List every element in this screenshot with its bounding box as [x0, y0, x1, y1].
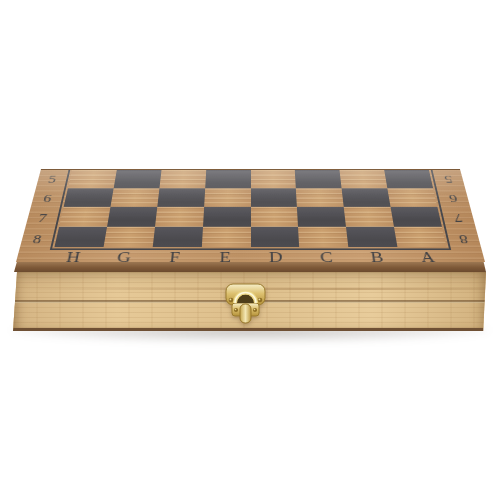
file-label-a: A — [401, 250, 454, 264]
product-photo: 5678 5678 HGFEDCBA — [0, 0, 500, 500]
square-d6 — [250, 188, 297, 207]
square-a8 — [394, 226, 447, 247]
square-a6 — [387, 188, 437, 207]
square-g5 — [113, 170, 161, 188]
brass-latch-icon — [221, 279, 270, 327]
square-c5 — [295, 170, 342, 188]
square-g6 — [110, 188, 159, 207]
square-d7 — [250, 207, 298, 227]
square-a7 — [390, 207, 441, 227]
file-label-h: H — [46, 250, 99, 264]
square-f6 — [157, 188, 205, 207]
square-e5 — [204, 170, 250, 188]
file-label-f: F — [148, 250, 200, 264]
square-h6 — [63, 188, 113, 207]
rank-label-6-right: 6 — [436, 189, 470, 208]
square-f7 — [154, 207, 203, 227]
square-f8 — [152, 226, 202, 247]
square-h8 — [54, 226, 107, 247]
file-label-g: G — [97, 250, 150, 264]
rank-label-7-left: 7 — [25, 208, 60, 228]
square-h7 — [59, 207, 110, 227]
square-c8 — [298, 226, 348, 247]
square-h5 — [67, 170, 116, 188]
checkerboard — [49, 170, 450, 250]
square-d8 — [250, 226, 299, 247]
square-d5 — [250, 170, 296, 188]
rank-label-5-left: 5 — [35, 170, 68, 189]
file-label-c: C — [300, 250, 352, 264]
rank-label-8-right: 8 — [446, 228, 482, 249]
square-e6 — [203, 188, 250, 207]
square-b7 — [343, 207, 393, 227]
square-g7 — [106, 207, 156, 227]
file-labels: HGFEDCBA — [46, 250, 454, 264]
rank-label-7-right: 7 — [441, 208, 476, 228]
file-label-d: D — [250, 250, 301, 264]
file-label-b: B — [350, 250, 403, 264]
square-g8 — [103, 226, 154, 247]
rank-label-8-left: 8 — [19, 228, 55, 249]
square-b5 — [339, 170, 387, 188]
file-label-e: E — [199, 250, 250, 264]
square-c7 — [297, 207, 346, 227]
square-a5 — [384, 170, 433, 188]
rank-label-5-right: 5 — [432, 170, 465, 189]
square-e8 — [201, 226, 250, 247]
square-f5 — [159, 170, 206, 188]
square-e7 — [202, 207, 250, 227]
square-b8 — [346, 226, 397, 247]
rank-label-6-left: 6 — [30, 189, 64, 208]
square-c6 — [296, 188, 344, 207]
square-b6 — [341, 188, 390, 207]
chess-box-lid: 5678 5678 HGFEDCBA — [16, 169, 485, 262]
lid-front-edge — [14, 262, 486, 272]
